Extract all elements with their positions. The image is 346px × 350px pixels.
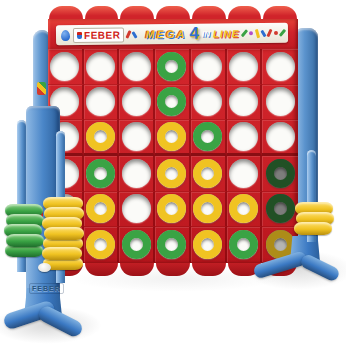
empty-hole (229, 87, 258, 116)
empty-hole (122, 87, 151, 116)
empty-hole (86, 52, 115, 81)
cell-r1c2 (84, 49, 120, 85)
confetti-icon (260, 29, 266, 37)
cell-r3c6 (227, 120, 263, 156)
title-line: LINE (213, 28, 240, 39)
cell-r1c7 (262, 49, 298, 85)
yellow-spare-ring (44, 227, 84, 240)
product-photo: FEBER MEGA 4 IN LINE (0, 0, 346, 350)
right-yellow-ring-stack (295, 202, 333, 235)
brand-logo-text: FEBER (84, 28, 121, 41)
green-ring-piece (157, 230, 186, 259)
cell-r4c7 (262, 156, 298, 192)
empty-hole (266, 52, 295, 81)
green-ring-piece (193, 122, 222, 151)
streamer-icon (278, 29, 285, 37)
board-header: FEBER MEGA 4 IN LINE (48, 19, 298, 49)
cell-r3c2 (84, 120, 120, 156)
cell-r6c3 (119, 227, 155, 263)
cell-r2c2 (84, 85, 120, 121)
yellow-spare-ring (294, 222, 332, 235)
yellow-ring-piece (193, 230, 222, 259)
leg-sticker-icon (37, 82, 46, 95)
cell-r6c6 (227, 227, 263, 263)
green-ring-piece (266, 159, 295, 188)
leg-emboss-text: FEBER (29, 283, 64, 294)
empty-hole (122, 52, 151, 81)
cell-r6c2 (84, 227, 120, 263)
cell-r1c4 (155, 49, 191, 85)
empty-hole (122, 159, 151, 188)
yellow-ring-piece (86, 230, 115, 259)
cell-r2c6 (227, 85, 263, 121)
cell-r3c7 (262, 120, 298, 156)
green-ring-piece (157, 87, 186, 116)
empty-hole (266, 122, 295, 151)
green-ring-piece (266, 194, 295, 223)
cell-r1c5 (191, 49, 227, 85)
cell-r5c2 (84, 192, 120, 228)
cell-r2c7 (262, 85, 298, 121)
cell-r5c5 (191, 192, 227, 228)
title-mega: MEGA (145, 28, 186, 40)
brand-logo: FEBER (73, 27, 125, 43)
cell-r6c5 (191, 227, 227, 263)
streamer-icon (254, 28, 259, 37)
yellow-ring-piece (193, 194, 222, 223)
cell-r4c4 (155, 156, 191, 192)
cell-r5c4 (155, 192, 191, 228)
green-ring-piece (157, 52, 186, 81)
cell-r1c3 (119, 49, 155, 85)
yellow-ring-piece (157, 122, 186, 151)
yellow-ring-piece (229, 194, 258, 223)
streamer-icon (240, 29, 247, 37)
yellow-ring-piece (86, 122, 115, 151)
board-top-crown (48, 6, 298, 19)
cell-r3c3 (119, 120, 155, 156)
green-ring-piece (86, 159, 115, 188)
cell-r4c6 (227, 156, 263, 192)
cell-r4c5 (191, 156, 227, 192)
title-sticker: FEBER MEGA 4 IN LINE (56, 23, 288, 45)
empty-hole (122, 194, 151, 223)
left-green-ring-stack (5, 204, 43, 257)
green-ring-piece (229, 230, 258, 259)
cell-r5c7 (262, 192, 298, 228)
empty-hole (86, 87, 115, 116)
cell-r2c4 (155, 85, 191, 121)
empty-hole (193, 52, 222, 81)
cell-r2c5 (191, 85, 227, 121)
crest-icon (77, 31, 82, 38)
yellow-ring-piece (157, 194, 186, 223)
green-ring-piece (122, 230, 151, 259)
cell-r6c4 (155, 227, 191, 263)
cell-r2c3 (119, 85, 155, 121)
yellow-ring-piece (157, 159, 186, 188)
cell-r1c6 (227, 49, 263, 85)
confetti-icon (274, 31, 278, 35)
empty-hole (229, 122, 258, 151)
game-board: FEBER MEGA 4 IN LINE (48, 6, 298, 276)
cell-r5c6 (227, 192, 263, 228)
balloon-icon (61, 30, 70, 41)
empty-hole (50, 52, 79, 81)
white-knob (38, 263, 51, 272)
empty-hole (229, 159, 258, 188)
empty-hole (193, 87, 222, 116)
cell-r5c3 (119, 192, 155, 228)
confetti-icon (249, 31, 253, 35)
cell-r4c3 (119, 156, 155, 192)
cell-r1c1 (48, 49, 84, 85)
title-four: 4 (189, 25, 199, 43)
yellow-ring-piece (86, 194, 115, 223)
empty-hole (122, 122, 151, 151)
green-spare-ring (6, 234, 44, 247)
yellow-ring-piece (193, 159, 222, 188)
board-grid (48, 49, 298, 263)
empty-hole (266, 87, 295, 116)
left-yellow-ring-stack (43, 197, 83, 270)
empty-hole (229, 52, 258, 81)
cell-r4c2 (84, 156, 120, 192)
title-in: IN (202, 29, 210, 38)
yellow-spare-ring (42, 247, 82, 260)
confetti-icon (132, 31, 138, 39)
streamer-icon (266, 29, 272, 38)
cell-r3c5 (191, 120, 227, 156)
cell-r3c4 (155, 120, 191, 156)
